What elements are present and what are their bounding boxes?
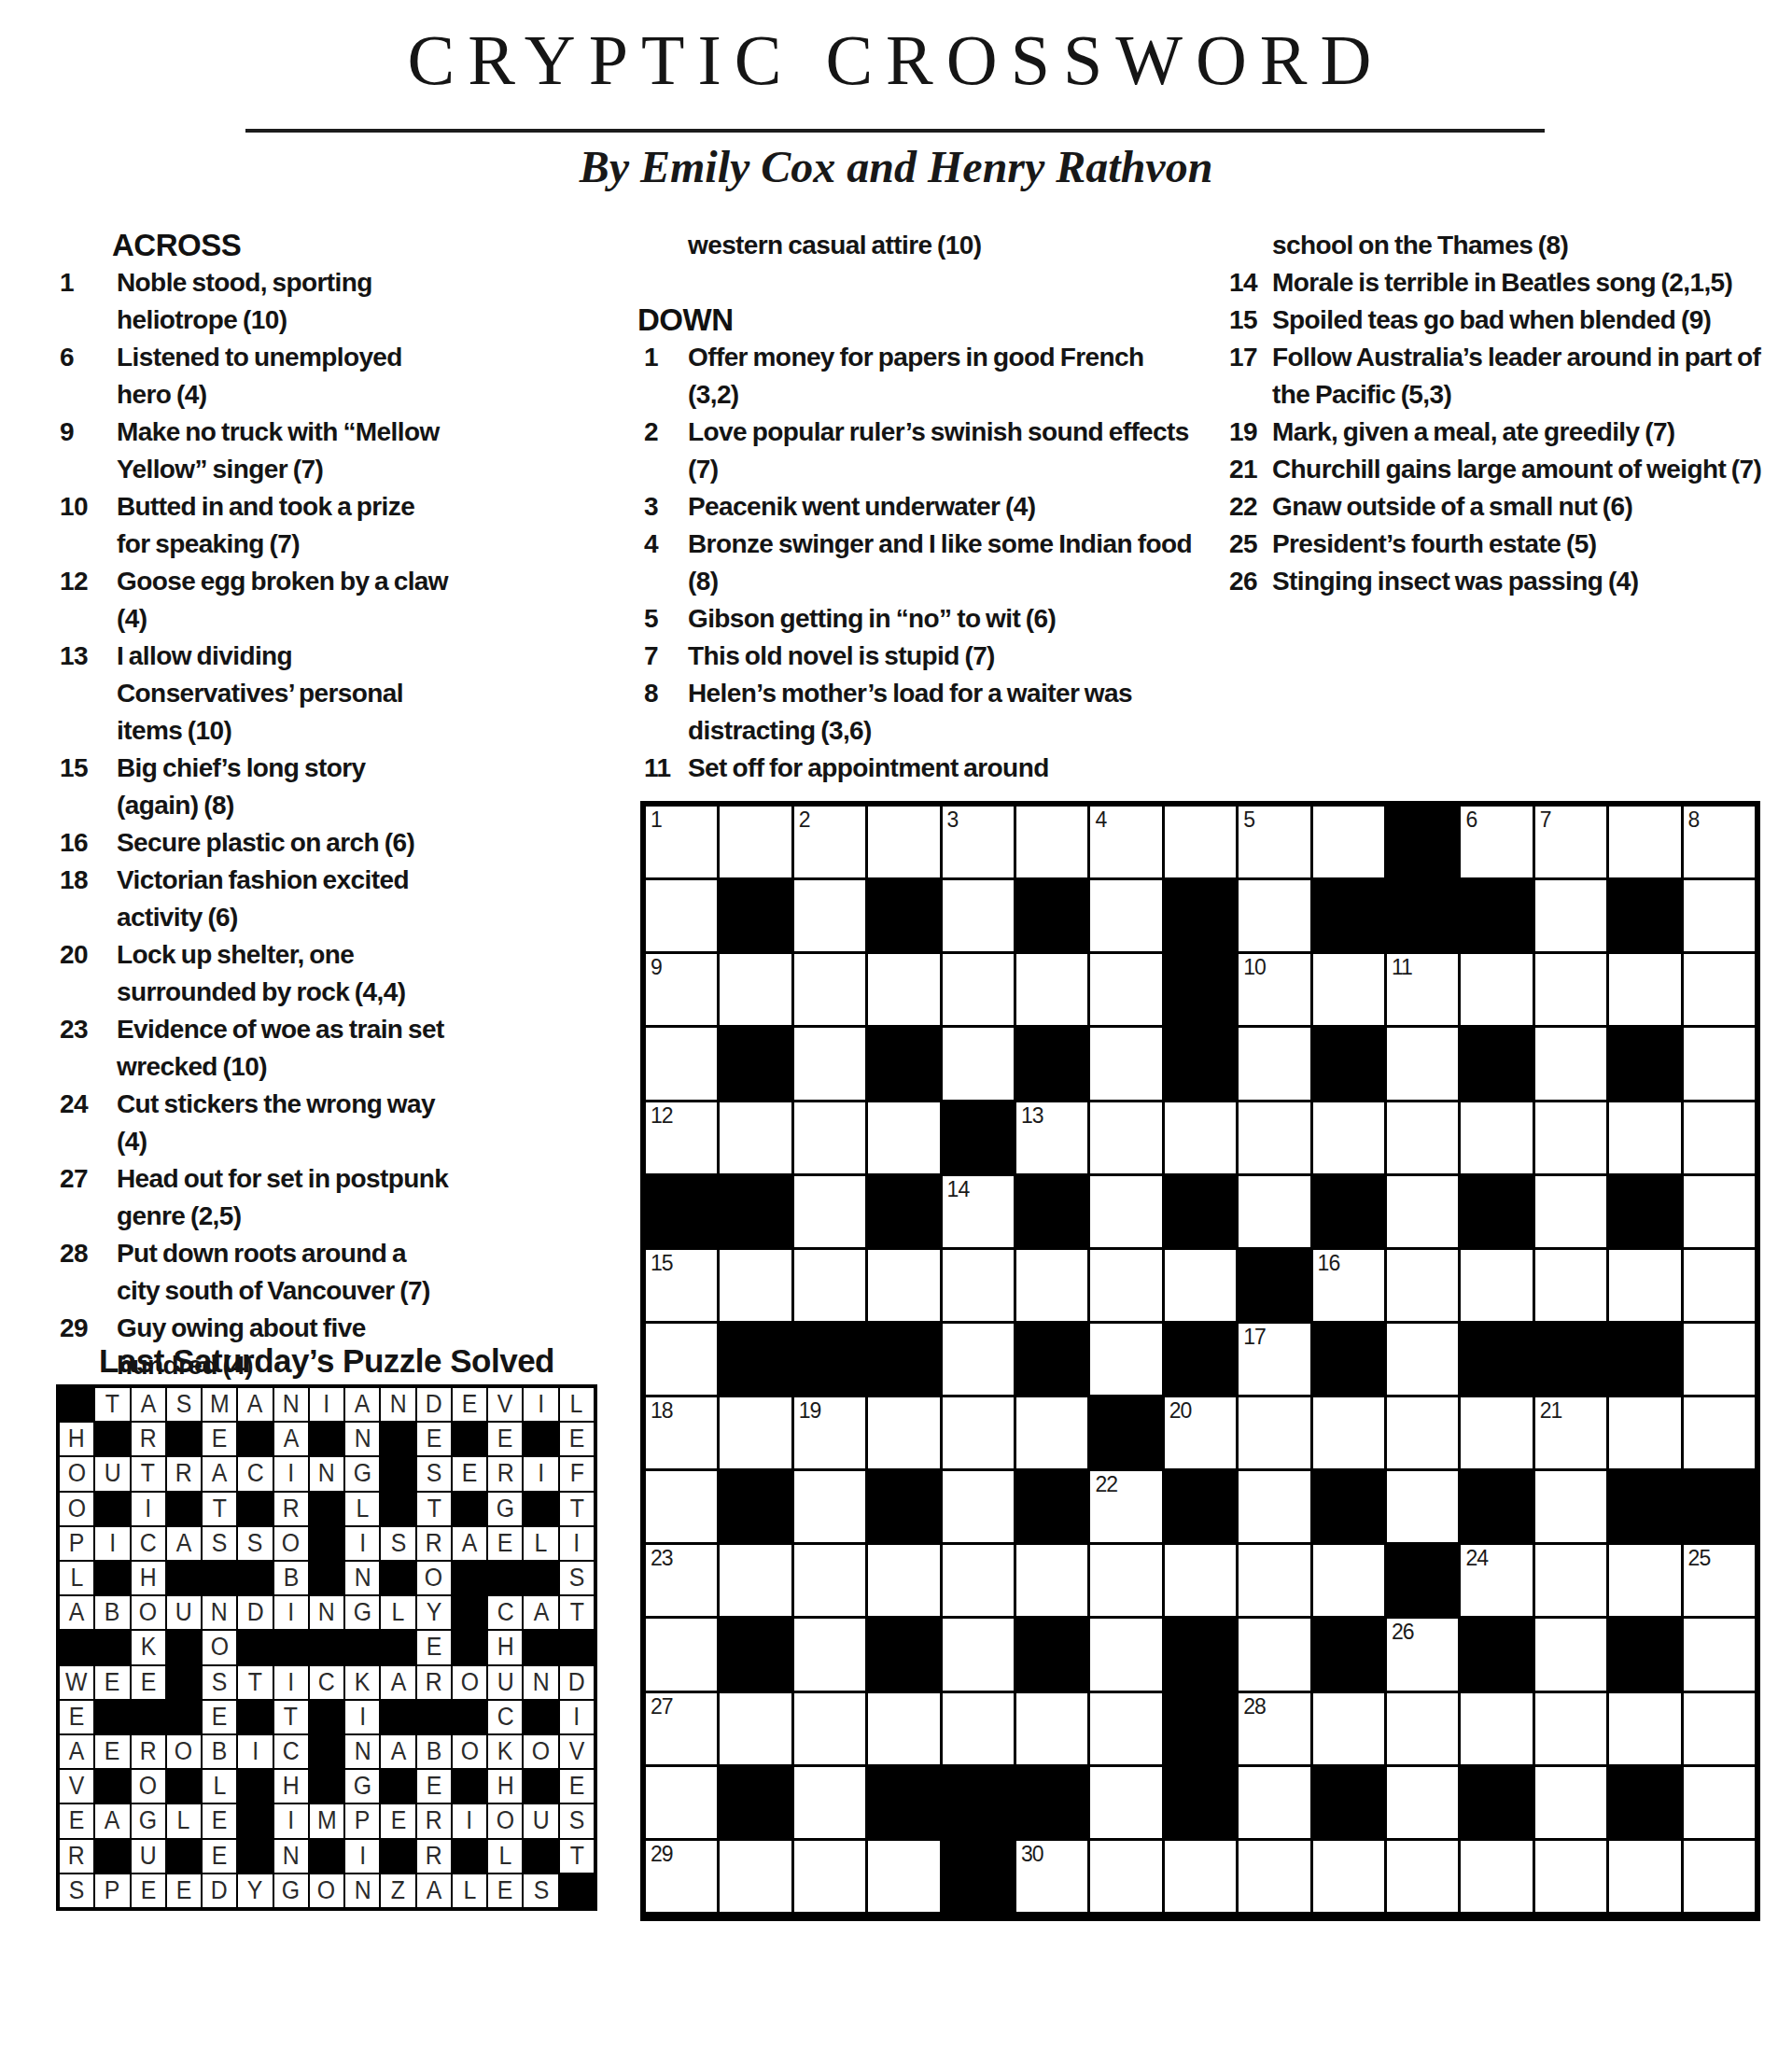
solved-letter: I bbox=[287, 1600, 294, 1625]
main-grid-cell[interactable] bbox=[1090, 1767, 1161, 1838]
main-grid-cell[interactable]: 21 bbox=[1535, 1397, 1606, 1468]
solved-grid-cell: O bbox=[167, 1735, 201, 1768]
main-grid-cell[interactable] bbox=[1684, 954, 1755, 1025]
solved-letter: G bbox=[139, 1808, 157, 1833]
main-grid-cell[interactable] bbox=[1609, 1693, 1680, 1764]
solved-letter: H bbox=[283, 1774, 300, 1799]
solved-letter: A bbox=[140, 1392, 156, 1417]
solved-letter: A bbox=[390, 1670, 406, 1695]
solved-grid-block bbox=[167, 1631, 201, 1663]
main-grid-cell[interactable] bbox=[1239, 1841, 1309, 1912]
main-grid-cell[interactable] bbox=[1609, 1545, 1680, 1616]
main-grid-cell[interactable] bbox=[1239, 1102, 1309, 1173]
main-grid-cell[interactable] bbox=[646, 1324, 717, 1395]
main-grid-cell[interactable] bbox=[943, 954, 1014, 1025]
main-grid-cell[interactable]: 10 bbox=[1239, 954, 1309, 1025]
clue-text: Victorian fashion excited activity (6) bbox=[117, 862, 450, 936]
main-grid-cell[interactable]: 18 bbox=[646, 1397, 717, 1468]
solved-grid-cell: H bbox=[488, 1770, 522, 1803]
solved-letter: N bbox=[283, 1844, 300, 1869]
main-grid-cell[interactable]: 4 bbox=[1090, 807, 1161, 877]
solved-grid-cell: I bbox=[345, 1840, 379, 1873]
main-grid-cell[interactable]: 1 bbox=[646, 807, 717, 877]
main-grid-cell[interactable] bbox=[1239, 1767, 1309, 1838]
solved-letter: S bbox=[427, 1461, 442, 1486]
main-grid-cell[interactable] bbox=[1535, 1471, 1606, 1542]
main-grid-cell[interactable] bbox=[943, 1324, 1014, 1395]
cell-number: 1 bbox=[651, 807, 662, 832]
solved-grid-block bbox=[95, 1631, 129, 1663]
main-grid-block bbox=[720, 880, 791, 951]
main-grid-cell[interactable] bbox=[868, 1397, 939, 1468]
solved-grid-block bbox=[560, 1631, 594, 1663]
main-grid-cell[interactable]: 28 bbox=[1239, 1693, 1309, 1764]
main-grid-cell[interactable]: 27 bbox=[646, 1693, 717, 1764]
main-grid-cell[interactable] bbox=[1461, 954, 1532, 1025]
main-grid-cell[interactable] bbox=[1461, 1841, 1532, 1912]
main-grid-cell[interactable] bbox=[1684, 1693, 1755, 1764]
main-grid-cell[interactable]: 17 bbox=[1239, 1324, 1309, 1395]
main-grid-cell[interactable] bbox=[720, 807, 791, 877]
main-grid-cell[interactable] bbox=[1684, 1619, 1755, 1690]
main-grid-cell[interactable] bbox=[1684, 880, 1755, 951]
main-grid-cell[interactable] bbox=[1090, 880, 1161, 951]
solved-letter: E bbox=[176, 1878, 192, 1903]
main-grid-cell[interactable] bbox=[1313, 1545, 1384, 1616]
main-grid-cell[interactable]: 9 bbox=[646, 954, 717, 1025]
down-clues-list-1: 1Offer money for papers in good French (… bbox=[637, 339, 1197, 787]
main-grid-cell[interactable] bbox=[1609, 954, 1680, 1025]
solved-grid-cell: H bbox=[60, 1423, 93, 1455]
solved-grid-cell: C bbox=[274, 1735, 308, 1768]
main-grid-cell[interactable] bbox=[646, 1767, 717, 1838]
main-grid-cell[interactable]: 12 bbox=[646, 1102, 717, 1173]
solved-grid-cell: E bbox=[203, 1840, 236, 1873]
main-grid-cell[interactable] bbox=[868, 1250, 939, 1321]
main-grid-block bbox=[794, 1324, 865, 1395]
solved-letter: C bbox=[283, 1739, 300, 1764]
solved-letter: E bbox=[69, 1808, 85, 1833]
page: CRYPTIC CROSSWORD By Emily Cox and Henry… bbox=[0, 0, 1792, 2049]
main-grid-cell[interactable]: 23 bbox=[646, 1545, 717, 1616]
main-grid-cell[interactable] bbox=[794, 880, 865, 951]
main-grid-cell[interactable] bbox=[1239, 1028, 1309, 1099]
solved-letter: R bbox=[426, 1670, 442, 1695]
solved-grid-cell: E bbox=[132, 1666, 165, 1699]
main-grid-cell[interactable] bbox=[1313, 1841, 1384, 1912]
main-grid-cell[interactable] bbox=[1090, 1324, 1161, 1395]
main-grid-cell[interactable] bbox=[1461, 1397, 1532, 1468]
solved-grid-cell: N bbox=[345, 1874, 379, 1907]
main-grid-cell[interactable] bbox=[1609, 1102, 1680, 1173]
solved-grid-cell: I bbox=[132, 1493, 165, 1525]
main-grid-cell[interactable] bbox=[1313, 1102, 1384, 1173]
solved-letter: P bbox=[69, 1531, 85, 1556]
solved-grid-cell: N bbox=[381, 1388, 414, 1421]
solved-grid-block bbox=[95, 1562, 129, 1594]
clue-row: 1Offer money for papers in good French (… bbox=[637, 339, 1197, 414]
main-grid-cell[interactable]: 16 bbox=[1313, 1250, 1384, 1321]
clue-row: 28Put down roots around a city south of … bbox=[58, 1235, 450, 1310]
main-grid-cell[interactable] bbox=[1535, 1102, 1606, 1173]
cell-number: 28 bbox=[1243, 1694, 1266, 1719]
solved-grid-block bbox=[453, 1423, 486, 1455]
solved-grid-cell: L bbox=[524, 1527, 557, 1560]
solved-grid-cell: U bbox=[167, 1596, 201, 1629]
clue-row: 25President’s fourth estate (5) bbox=[1229, 526, 1785, 563]
solved-letter: A bbox=[69, 1600, 85, 1625]
solved-letter: R bbox=[283, 1496, 300, 1522]
solved-grid-cell: S bbox=[238, 1527, 272, 1560]
title-divider bbox=[245, 129, 1545, 133]
cell-number: 15 bbox=[651, 1251, 673, 1275]
main-grid-cell[interactable] bbox=[1016, 1693, 1087, 1764]
solved-grid-cell: S bbox=[560, 1562, 594, 1594]
main-grid-cell[interactable] bbox=[1090, 1841, 1161, 1912]
solved-grid-cell: I bbox=[310, 1388, 343, 1421]
main-grid-cell[interactable] bbox=[943, 1619, 1014, 1690]
solved-grid-cell: I bbox=[345, 1701, 379, 1733]
main-grid-cell[interactable] bbox=[1609, 1250, 1680, 1321]
main-grid-cell[interactable] bbox=[1387, 1397, 1458, 1468]
main-grid-cell[interactable] bbox=[720, 1250, 791, 1321]
main-grid-cell[interactable] bbox=[1090, 1693, 1161, 1764]
main-grid-cell[interactable] bbox=[1313, 1397, 1384, 1468]
main-grid-cell[interactable] bbox=[1016, 1545, 1087, 1616]
main-grid-cell[interactable] bbox=[794, 1176, 865, 1247]
solved-grid-cell: C bbox=[310, 1666, 343, 1699]
main-grid-cell[interactable] bbox=[1387, 1324, 1458, 1395]
solved-grid-cell: N bbox=[345, 1423, 379, 1455]
solved-grid-block bbox=[238, 1770, 272, 1803]
main-grid-cell[interactable] bbox=[1535, 1841, 1606, 1912]
solved-grid-cell: D bbox=[238, 1596, 272, 1629]
main-grid-cell[interactable] bbox=[943, 1545, 1014, 1616]
main-grid-cell[interactable] bbox=[1535, 1028, 1606, 1099]
solved-grid-block bbox=[381, 1840, 414, 1873]
main-grid-cell[interactable]: 13 bbox=[1016, 1102, 1087, 1173]
solved-letter: P bbox=[105, 1878, 120, 1903]
main-grid-cell[interactable] bbox=[943, 1250, 1014, 1321]
main-grid-cell[interactable]: 11 bbox=[1387, 954, 1458, 1025]
main-grid-block bbox=[1016, 1028, 1087, 1099]
main-grid-cell[interactable]: 30 bbox=[1016, 1841, 1087, 1912]
main-grid-cell[interactable] bbox=[1165, 1250, 1236, 1321]
main-grid-cell[interactable] bbox=[1387, 1471, 1458, 1542]
solved-letter: A bbox=[247, 1392, 263, 1417]
main-grid-cell[interactable] bbox=[1684, 1397, 1755, 1468]
solved-grid-block bbox=[524, 1840, 557, 1873]
solved-letter: A bbox=[105, 1808, 120, 1833]
main-grid-cell[interactable] bbox=[720, 954, 791, 1025]
down-header: DOWN bbox=[637, 302, 1197, 339]
clue-text: Gibson getting in “no” to wit (6) bbox=[688, 600, 1197, 638]
main-grid-cell[interactable] bbox=[1387, 1841, 1458, 1912]
solved-letter: O bbox=[139, 1774, 157, 1799]
main-grid-cell[interactable]: 25 bbox=[1684, 1545, 1755, 1616]
main-grid-cell[interactable] bbox=[1313, 954, 1384, 1025]
main-grid-cell[interactable] bbox=[1239, 1471, 1309, 1542]
clue-row: 17Follow Australia’s leader around in pa… bbox=[1229, 339, 1785, 414]
main-grid-cell[interactable] bbox=[1684, 1841, 1755, 1912]
clue-text: Churchill gains large amount of weight (… bbox=[1272, 451, 1785, 488]
solved-grid-cell: A bbox=[453, 1527, 486, 1560]
solved-letter: N bbox=[533, 1670, 550, 1695]
solved-grid-cell: K bbox=[345, 1666, 379, 1699]
main-grid-block bbox=[1016, 1324, 1087, 1395]
main-grid-cell[interactable] bbox=[1165, 1102, 1236, 1173]
main-grid-cell[interactable] bbox=[943, 1471, 1014, 1542]
clue-text: Make no truck with “Mellow Yellow” singe… bbox=[117, 414, 450, 488]
clue-text: Bronze swinger and I like some Indian fo… bbox=[688, 526, 1197, 600]
solved-letter: E bbox=[427, 1635, 442, 1660]
main-grid-cell[interactable]: 15 bbox=[646, 1250, 717, 1321]
main-grid-cell[interactable] bbox=[1387, 1176, 1458, 1247]
main-grid-cell[interactable] bbox=[1016, 954, 1087, 1025]
solved-grid-cell: B bbox=[95, 1596, 129, 1629]
solved-grid-cell: I bbox=[274, 1666, 308, 1699]
solved-letter: R bbox=[68, 1844, 85, 1869]
main-grid-cell[interactable]: 5 bbox=[1239, 807, 1309, 877]
solved-letter: D bbox=[246, 1600, 263, 1625]
solved-grid-cell: O bbox=[132, 1596, 165, 1629]
solved-letter: A bbox=[283, 1426, 299, 1452]
solved-grid-cell: I bbox=[453, 1804, 486, 1837]
main-grid-cell[interactable] bbox=[1387, 1028, 1458, 1099]
main-grid-cell[interactable]: 2 bbox=[794, 807, 865, 877]
solved-grid-cell: I bbox=[274, 1804, 308, 1837]
main-grid-block bbox=[1535, 1324, 1606, 1395]
clue-row: 10Butted in and took a prize for speakin… bbox=[58, 488, 450, 563]
solved-grid-cell: U bbox=[95, 1457, 129, 1490]
main-grid-cell[interactable] bbox=[943, 1693, 1014, 1764]
solved-grid-cell: V bbox=[60, 1770, 93, 1803]
solved-letter: O bbox=[175, 1739, 192, 1764]
main-grid-cell[interactable] bbox=[794, 1471, 865, 1542]
main-grid-cell[interactable] bbox=[1461, 1693, 1532, 1764]
main-grid-cell[interactable] bbox=[943, 1028, 1014, 1099]
main-grid-cell[interactable] bbox=[1090, 1250, 1161, 1321]
main-grid-cell[interactable] bbox=[1090, 1102, 1161, 1173]
main-grid-cell[interactable] bbox=[1090, 1545, 1161, 1616]
clue-row: 27Head out for set in postpunk genre (2,… bbox=[58, 1160, 450, 1235]
main-grid-cell[interactable] bbox=[794, 1028, 865, 1099]
main-grid-block bbox=[1016, 1619, 1087, 1690]
solved-grid-block bbox=[310, 1562, 343, 1594]
main-grid-block bbox=[943, 1767, 1014, 1838]
clue-number: 3 bbox=[637, 488, 688, 526]
main-grid-cell[interactable] bbox=[720, 1693, 791, 1764]
solved-letter: C bbox=[318, 1670, 335, 1695]
main-grid-cell[interactable] bbox=[1090, 1619, 1161, 1690]
main-grid-cell[interactable] bbox=[720, 1545, 791, 1616]
main-grid-block bbox=[1313, 880, 1384, 951]
across-clues-column: ACROSS 1Noble stood, sporting heliotrope… bbox=[58, 227, 450, 1422]
solved-grid-cell: I bbox=[524, 1457, 557, 1490]
solved-grid-block bbox=[345, 1631, 379, 1663]
solved-letter: R bbox=[140, 1426, 157, 1452]
solved-grid-cell: H bbox=[274, 1770, 308, 1803]
main-grid-cell[interactable] bbox=[1090, 1028, 1161, 1099]
main-grid-cell[interactable] bbox=[1535, 880, 1606, 951]
main-grid-cell[interactable] bbox=[1684, 1250, 1755, 1321]
main-grid-cell[interactable] bbox=[1387, 1767, 1458, 1838]
main-grid-cell[interactable] bbox=[1387, 1102, 1458, 1173]
main-grid-cell[interactable] bbox=[1313, 807, 1384, 877]
main-grid-cell[interactable] bbox=[1016, 807, 1087, 877]
clue-text: Put down roots around a city south of Va… bbox=[117, 1235, 450, 1310]
main-grid-cell[interactable] bbox=[794, 1693, 865, 1764]
solved-grid-block bbox=[453, 1701, 486, 1733]
main-grid-cell[interactable] bbox=[720, 1102, 791, 1173]
main-grid-cell[interactable] bbox=[1609, 1397, 1680, 1468]
main-grid-cell[interactable] bbox=[868, 1693, 939, 1764]
solved-grid-cell: S bbox=[417, 1457, 451, 1490]
main-grid-cell[interactable] bbox=[794, 1619, 865, 1690]
main-grid-cell[interactable]: 29 bbox=[646, 1841, 717, 1912]
main-grid-cell[interactable] bbox=[1239, 1545, 1309, 1616]
main-grid-cell[interactable] bbox=[868, 1841, 939, 1912]
solved-letter: T bbox=[427, 1496, 441, 1522]
main-grid-cell[interactable]: 7 bbox=[1535, 807, 1606, 877]
solved-grid-block bbox=[167, 1423, 201, 1455]
clue-text: Offer money for papers in good French (3… bbox=[688, 339, 1197, 414]
solved-grid-cell: L bbox=[60, 1562, 93, 1594]
main-grid-cell[interactable] bbox=[646, 1471, 717, 1542]
solved-grid-block bbox=[238, 1562, 272, 1594]
main-grid-cell[interactable] bbox=[794, 1545, 865, 1616]
main-grid-cell[interactable] bbox=[646, 1619, 717, 1690]
main-grid-cell[interactable] bbox=[1239, 1619, 1309, 1690]
solved-grid-block bbox=[453, 1493, 486, 1525]
solved-grid-cell: R bbox=[167, 1457, 201, 1490]
clue-number: 7 bbox=[637, 638, 688, 675]
main-grid-cell[interactable]: 24 bbox=[1461, 1545, 1532, 1616]
main-grid-cell[interactable] bbox=[646, 1028, 717, 1099]
solved-grid-cell: A bbox=[167, 1527, 201, 1560]
main-grid-cell[interactable] bbox=[1535, 1545, 1606, 1616]
main-grid-cell[interactable] bbox=[1090, 954, 1161, 1025]
main-grid-cell[interactable] bbox=[868, 954, 939, 1025]
main-grid-cell[interactable] bbox=[1684, 1102, 1755, 1173]
main-grid-cell[interactable] bbox=[1535, 1619, 1606, 1690]
solved-grid-cell: I bbox=[560, 1527, 594, 1560]
main-grid-cell[interactable] bbox=[868, 807, 939, 877]
main-grid-cell[interactable] bbox=[1016, 1250, 1087, 1321]
main-grid-cell[interactable] bbox=[1609, 807, 1680, 877]
cell-number: 8 bbox=[1688, 807, 1700, 832]
down-clues-list-2: 14Morale is terrible in Beatles song (2,… bbox=[1229, 264, 1785, 600]
main-grid-cell[interactable] bbox=[868, 1545, 939, 1616]
main-grid-cell[interactable] bbox=[720, 1841, 791, 1912]
solved-grid-cell: E bbox=[203, 1701, 236, 1733]
main-grid-block bbox=[868, 1324, 939, 1395]
clue-number: 8 bbox=[637, 675, 688, 712]
main-grid-cell[interactable] bbox=[1387, 1250, 1458, 1321]
main-grid-cell[interactable] bbox=[1684, 1176, 1755, 1247]
solved-letter: F bbox=[569, 1461, 583, 1486]
main-grid-cell[interactable]: 3 bbox=[943, 807, 1014, 877]
solved-letter: C bbox=[497, 1600, 513, 1625]
main-grid-cell[interactable] bbox=[794, 954, 865, 1025]
main-grid-cell[interactable] bbox=[1016, 1397, 1087, 1468]
main-grid-cell[interactable] bbox=[794, 1767, 865, 1838]
cell-number: 23 bbox=[651, 1546, 673, 1570]
main-grid-cell[interactable] bbox=[646, 880, 717, 951]
main-grid-cell[interactable]: 26 bbox=[1387, 1619, 1458, 1690]
clue-text: Gnaw outside of a small nut (6) bbox=[1272, 488, 1785, 526]
main-grid-block bbox=[1165, 1176, 1236, 1247]
main-grid-cell[interactable] bbox=[1165, 807, 1236, 877]
clue-number: 14 bbox=[1229, 264, 1272, 302]
clue-number: 12 bbox=[58, 563, 117, 600]
main-grid-cell[interactable] bbox=[794, 1841, 865, 1912]
main-grid-cell[interactable] bbox=[794, 1102, 865, 1173]
solved-grid-block bbox=[381, 1457, 414, 1490]
main-grid-cell[interactable]: 20 bbox=[1165, 1397, 1236, 1468]
solved-letter: M bbox=[210, 1392, 230, 1417]
main-grid-cell[interactable] bbox=[1535, 1176, 1606, 1247]
main-grid-cell[interactable] bbox=[943, 1397, 1014, 1468]
main-grid-cell[interactable] bbox=[868, 1102, 939, 1173]
main-grid-block bbox=[868, 1767, 939, 1838]
clue-number: 1 bbox=[637, 339, 688, 376]
main-grid-cell[interactable] bbox=[1535, 954, 1606, 1025]
main-grid-block bbox=[1090, 1397, 1161, 1468]
main-grid-cell[interactable] bbox=[1165, 1545, 1236, 1616]
solved-letter: V bbox=[497, 1392, 513, 1417]
main-grid-cell[interactable] bbox=[943, 880, 1014, 951]
clue-text: Set off for appointment around bbox=[688, 750, 1197, 787]
main-grid-cell[interactable] bbox=[1165, 1841, 1236, 1912]
solved-grid-cell: A bbox=[132, 1388, 165, 1421]
solved-letter: E bbox=[140, 1670, 156, 1695]
solved-letter: A bbox=[533, 1600, 549, 1625]
main-grid-cell[interactable] bbox=[1535, 1250, 1606, 1321]
main-grid-cell[interactable]: 19 bbox=[794, 1397, 865, 1468]
main-grid-cell[interactable] bbox=[1684, 1028, 1755, 1099]
solved-letter: S bbox=[569, 1565, 585, 1591]
main-grid-cell[interactable] bbox=[1684, 1767, 1755, 1838]
main-grid-cell[interactable] bbox=[720, 1397, 791, 1468]
solved-letter: G bbox=[354, 1774, 371, 1799]
main-grid-cell[interactable] bbox=[1239, 1397, 1309, 1468]
main-grid-cell[interactable] bbox=[1535, 1767, 1606, 1838]
main-grid-cell[interactable] bbox=[1239, 880, 1309, 951]
main-grid-cell[interactable] bbox=[1239, 1176, 1309, 1247]
main-grid-cell[interactable] bbox=[1090, 1176, 1161, 1247]
main-grid-cell[interactable] bbox=[1684, 1324, 1755, 1395]
clue-row: 6Listened to unemployed hero (4) bbox=[58, 339, 450, 414]
main-grid-cell[interactable] bbox=[794, 1250, 865, 1321]
main-grid-cell[interactable] bbox=[1461, 1102, 1532, 1173]
main-grid-cell[interactable]: 14 bbox=[943, 1176, 1014, 1247]
main-grid-cell[interactable] bbox=[1461, 1250, 1532, 1321]
clue-row: 13I allow dividing Conservatives’ person… bbox=[58, 638, 450, 750]
main-grid-cell[interactable] bbox=[1313, 1693, 1384, 1764]
solved-grid-cell: R bbox=[417, 1527, 451, 1560]
main-grid-cell[interactable]: 6 bbox=[1461, 807, 1532, 877]
main-grid-cell[interactable] bbox=[1535, 1693, 1606, 1764]
main-grid-cell[interactable] bbox=[1609, 1841, 1680, 1912]
main-grid-cell[interactable]: 22 bbox=[1090, 1471, 1161, 1542]
main-grid-cell[interactable] bbox=[1387, 1693, 1458, 1764]
solved-grid-cell: A bbox=[60, 1596, 93, 1629]
solved-grid-cell: E bbox=[417, 1423, 451, 1455]
solved-letter: I bbox=[359, 1844, 366, 1869]
main-grid-cell[interactable]: 8 bbox=[1684, 807, 1755, 877]
main-grid-block bbox=[646, 1176, 717, 1247]
